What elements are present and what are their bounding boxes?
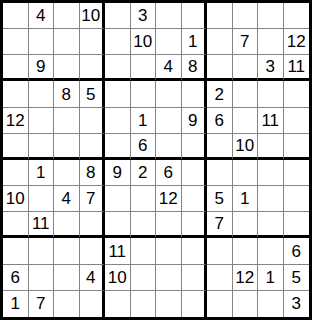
empty-cell-r3c3[interactable]: [54, 55, 80, 81]
empty-cell-r2c9[interactable]: [207, 29, 233, 55]
given-cell-r8c4: 7: [80, 186, 106, 212]
given-cell-r3c2: 9: [29, 55, 55, 81]
empty-cell-r12c10[interactable]: [233, 291, 259, 317]
empty-cell-r9c10[interactable]: [233, 212, 259, 238]
given-cell-r11c5: 10: [105, 265, 131, 291]
given-cell-r3c11: 3: [258, 55, 284, 81]
empty-cell-r8c12[interactable]: [284, 186, 310, 212]
empty-cell-r11c7[interactable]: [156, 265, 182, 291]
empty-cell-r10c8[interactable]: [182, 238, 208, 264]
given-cell-r7c2: 1: [29, 160, 55, 186]
given-cell-r7c7: 6: [156, 160, 182, 186]
empty-cell-r6c5[interactable]: [105, 134, 131, 160]
empty-cell-r9c5[interactable]: [105, 212, 131, 238]
given-cell-r11c12: 5: [284, 265, 310, 291]
empty-cell-r11c3[interactable]: [54, 265, 80, 291]
given-cell-r6c6: 6: [131, 134, 157, 160]
empty-cell-r10c6[interactable]: [131, 238, 157, 264]
empty-cell-r1c11[interactable]: [258, 3, 284, 29]
empty-cell-r12c8[interactable]: [182, 291, 208, 317]
given-cell-r10c5: 11: [105, 238, 131, 264]
empty-cell-r4c2[interactable]: [29, 81, 55, 107]
empty-cell-r8c6[interactable]: [131, 186, 157, 212]
given-cell-r3c7: 4: [156, 55, 182, 81]
empty-cell-r10c7[interactable]: [156, 238, 182, 264]
empty-cell-r12c9[interactable]: [207, 291, 233, 317]
empty-cell-r3c5[interactable]: [105, 55, 131, 81]
empty-cell-r4c8[interactable]: [182, 81, 208, 107]
given-cell-r8c10: 1: [233, 186, 259, 212]
empty-cell-r10c2[interactable]: [29, 238, 55, 264]
given-cell-r2c10: 7: [233, 29, 259, 55]
empty-cell-r2c4[interactable]: [80, 29, 106, 55]
given-cell-r8c1: 10: [3, 186, 29, 212]
empty-cell-r9c1[interactable]: [3, 212, 29, 238]
empty-cell-r11c9[interactable]: [207, 265, 233, 291]
empty-cell-r7c8[interactable]: [182, 160, 208, 186]
empty-cell-r3c9[interactable]: [207, 55, 233, 81]
empty-cell-r5c5[interactable]: [105, 108, 131, 134]
empty-cell-r11c6[interactable]: [131, 265, 157, 291]
empty-cell-r6c2[interactable]: [29, 134, 55, 160]
empty-cell-r10c3[interactable]: [54, 238, 80, 264]
empty-cell-r2c5[interactable]: [105, 29, 131, 55]
given-cell-r6c10: 10: [233, 134, 259, 160]
given-cell-r5c6: 1: [131, 108, 157, 134]
empty-cell-r3c6[interactable]: [131, 55, 157, 81]
given-cell-r1c4: 10: [80, 3, 106, 29]
given-cell-r12c2: 7: [29, 291, 55, 317]
empty-cell-r6c4[interactable]: [80, 134, 106, 160]
given-cell-r10c12: 6: [284, 238, 310, 264]
empty-cell-r7c9[interactable]: [207, 160, 233, 186]
empty-cell-r3c1[interactable]: [3, 55, 29, 81]
empty-cell-r9c7[interactable]: [156, 212, 182, 238]
given-cell-r2c8: 1: [182, 29, 208, 55]
empty-cell-r10c10[interactable]: [233, 238, 259, 264]
empty-cell-r12c11[interactable]: [258, 291, 284, 317]
empty-cell-r7c3[interactable]: [54, 160, 80, 186]
empty-cell-r3c10[interactable]: [233, 55, 259, 81]
empty-cell-r12c6[interactable]: [131, 291, 157, 317]
given-cell-r1c6: 3: [131, 3, 157, 29]
empty-cell-r12c3[interactable]: [54, 291, 80, 317]
empty-cell-r12c7[interactable]: [156, 291, 182, 317]
empty-cell-r5c7[interactable]: [156, 108, 182, 134]
empty-cell-r4c12[interactable]: [284, 81, 310, 107]
empty-cell-r10c1[interactable]: [3, 238, 29, 264]
empty-cell-r4c5[interactable]: [105, 81, 131, 107]
empty-cell-r6c11[interactable]: [258, 134, 284, 160]
given-cell-r5c1: 12: [3, 108, 29, 134]
empty-cell-r9c6[interactable]: [131, 212, 157, 238]
empty-cell-r6c8[interactable]: [182, 134, 208, 160]
empty-cell-r1c9[interactable]: [207, 3, 233, 29]
empty-cell-r4c6[interactable]: [131, 81, 157, 107]
empty-cell-r10c11[interactable]: [258, 238, 284, 264]
given-cell-r5c11: 11: [258, 108, 284, 134]
empty-cell-r9c3[interactable]: [54, 212, 80, 238]
given-cell-r7c5: 9: [105, 160, 131, 186]
empty-cell-r11c8[interactable]: [182, 265, 208, 291]
empty-cell-r9c4[interactable]: [80, 212, 106, 238]
given-cell-r2c6: 10: [131, 29, 157, 55]
empty-cell-r6c3[interactable]: [54, 134, 80, 160]
empty-cell-r7c1[interactable]: [3, 160, 29, 186]
empty-cell-r5c2[interactable]: [29, 108, 55, 134]
given-cell-r7c4: 8: [80, 160, 106, 186]
empty-cell-r7c10[interactable]: [233, 160, 259, 186]
empty-cell-r5c12[interactable]: [284, 108, 310, 134]
empty-cell-r10c9[interactable]: [207, 238, 233, 264]
empty-cell-r5c10[interactable]: [233, 108, 259, 134]
empty-cell-r1c12[interactable]: [284, 3, 310, 29]
empty-cell-r1c10[interactable]: [233, 3, 259, 29]
empty-cell-r4c1[interactable]: [3, 81, 29, 107]
empty-cell-r5c4[interactable]: [80, 108, 106, 134]
empty-cell-r12c4[interactable]: [80, 291, 106, 317]
given-cell-r7c6: 2: [131, 160, 157, 186]
given-cell-r4c3: 8: [54, 81, 80, 107]
empty-cell-r6c12[interactable]: [284, 134, 310, 160]
given-cell-r4c9: 2: [207, 81, 233, 107]
empty-cell-r9c8[interactable]: [182, 212, 208, 238]
empty-cell-r2c11[interactable]: [258, 29, 284, 55]
empty-cell-r4c11[interactable]: [258, 81, 284, 107]
empty-cell-r1c3[interactable]: [54, 3, 80, 29]
given-cell-r11c10: 12: [233, 265, 259, 291]
given-cell-r5c9: 6: [207, 108, 233, 134]
empty-cell-r1c8[interactable]: [182, 3, 208, 29]
given-cell-r8c9: 5: [207, 186, 233, 212]
empty-cell-r1c7[interactable]: [156, 3, 182, 29]
empty-cell-r2c1[interactable]: [3, 29, 29, 55]
given-cell-r1c2: 4: [29, 3, 55, 29]
given-cell-r3c8: 8: [182, 55, 208, 81]
empty-cell-r1c5[interactable]: [105, 3, 131, 29]
given-cell-r2c12: 12: [284, 29, 310, 55]
empty-cell-r8c5[interactable]: [105, 186, 131, 212]
empty-cell-r7c12[interactable]: [284, 160, 310, 186]
sudoku-board: 4103101712948311852121961161018926104712…: [0, 0, 312, 320]
empty-cell-r5c3[interactable]: [54, 108, 80, 134]
given-cell-r4c4: 5: [80, 81, 106, 107]
empty-cell-r3c4[interactable]: [80, 55, 106, 81]
empty-cell-r4c7[interactable]: [156, 81, 182, 107]
empty-cell-r10c4[interactable]: [80, 238, 106, 264]
given-cell-r3c12: 11: [284, 55, 310, 81]
empty-cell-r11c2[interactable]: [29, 265, 55, 291]
empty-cell-r9c12[interactable]: [284, 212, 310, 238]
empty-cell-r9c11[interactable]: [258, 212, 284, 238]
empty-cell-r4c10[interactable]: [233, 81, 259, 107]
empty-cell-r6c7[interactable]: [156, 134, 182, 160]
empty-cell-r8c8[interactable]: [182, 186, 208, 212]
empty-cell-r12c5[interactable]: [105, 291, 131, 317]
given-cell-r8c3: 4: [54, 186, 80, 212]
empty-cell-r6c1[interactable]: [3, 134, 29, 160]
given-cell-r9c2: 11: [29, 212, 55, 238]
given-cell-r12c12: 3: [284, 291, 310, 317]
empty-cell-r8c2[interactable]: [29, 186, 55, 212]
empty-cell-r2c3[interactable]: [54, 29, 80, 55]
given-cell-r11c1: 6: [3, 265, 29, 291]
given-cell-r8c7: 12: [156, 186, 182, 212]
empty-cell-r8c11[interactable]: [258, 186, 284, 212]
given-cell-r12c1: 1: [3, 291, 29, 317]
empty-cell-r7c11[interactable]: [258, 160, 284, 186]
empty-cell-r6c9[interactable]: [207, 134, 233, 160]
given-cell-r5c8: 9: [182, 108, 208, 134]
given-cell-r11c11: 1: [258, 265, 284, 291]
given-cell-r9c9: 7: [207, 212, 233, 238]
given-cell-r11c4: 4: [80, 265, 106, 291]
empty-cell-r2c2[interactable]: [29, 29, 55, 55]
empty-cell-r2c7[interactable]: [156, 29, 182, 55]
empty-cell-r1c1[interactable]: [3, 3, 29, 29]
